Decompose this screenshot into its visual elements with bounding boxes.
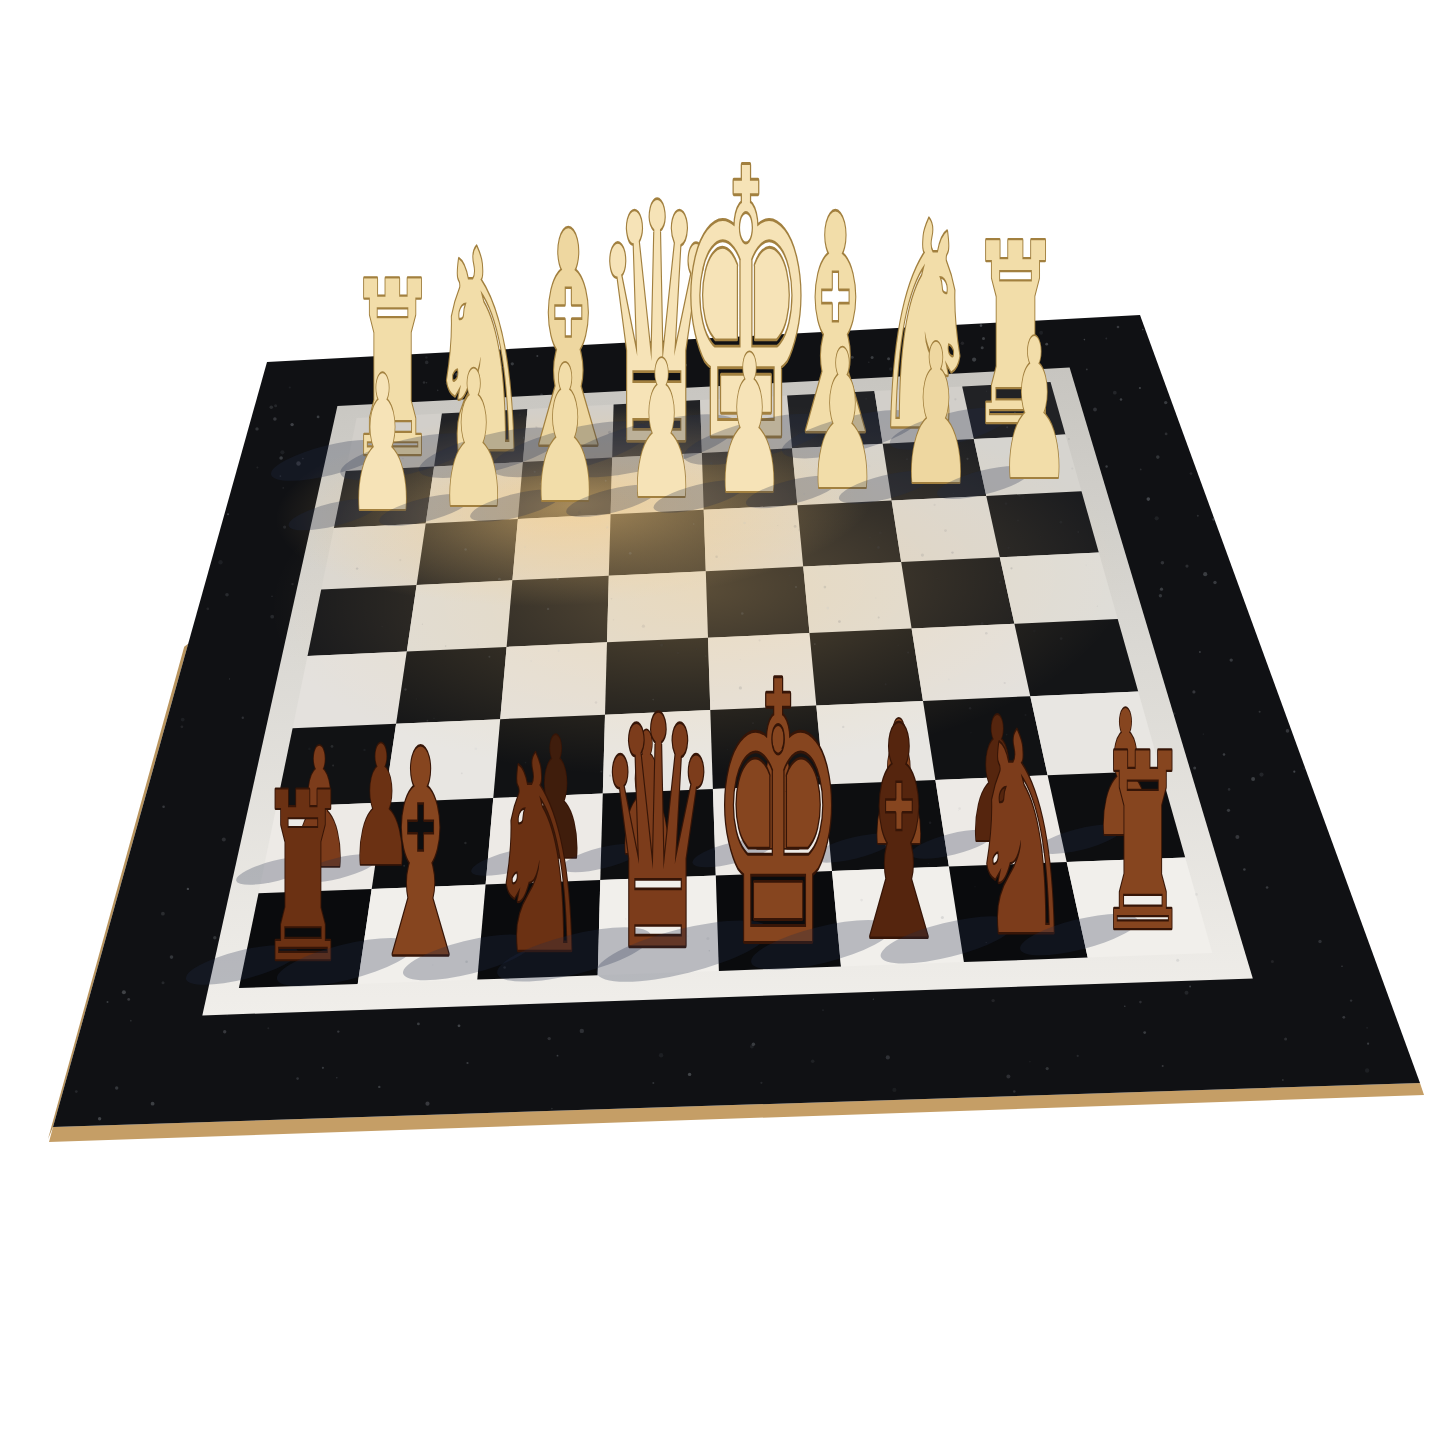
pieces-row-2-white: ♟♟♟♟♟♟♟♟ — [286, 298, 1071, 553]
piece-white-pawn-a2: ♟ — [998, 298, 1071, 522]
board-photo-svg: ♜♞♝♛♚♝♞♜♟♟♟♟♟♟♟♟♟♟♟♟♟♟♟♟♜♝♞♛♚♝♞♜ — [0, 0, 1445, 1445]
chess-set-photo: ♜♞♝♛♚♝♞♜♟♟♟♟♟♟♟♟♟♟♟♟♟♟♟♟♜♝♞♛♚♝♞♜ — [0, 0, 1445, 1445]
board-render-layer: ♜♞♝♛♚♝♞♜♟♟♟♟♟♟♟♟♟♟♟♟♟♟♟♟♜♝♞♛♚♝♞♜ — [48, 91, 1424, 1142]
piece-black-rook-a8: ♜ — [1097, 702, 1189, 985]
